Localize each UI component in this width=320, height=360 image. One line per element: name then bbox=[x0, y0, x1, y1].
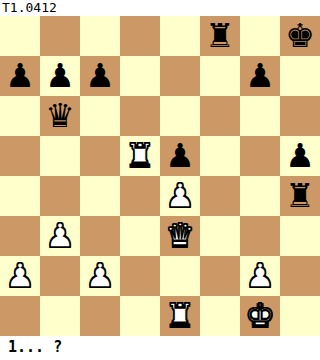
square-f4[interactable] bbox=[200, 176, 240, 216]
square-c7[interactable]: ♟ bbox=[80, 56, 120, 96]
square-g4[interactable] bbox=[240, 176, 280, 216]
black-pawn-piece: ♟ bbox=[5, 56, 35, 96]
square-g7[interactable]: ♟ bbox=[240, 56, 280, 96]
square-e2[interactable] bbox=[160, 256, 200, 296]
chess-board: ♜♚♟♟♟♟♛♜♟♟♟♜♟♛♟♟♟♜♚ bbox=[0, 16, 320, 336]
square-h5[interactable]: ♟ bbox=[280, 136, 320, 176]
square-b1[interactable] bbox=[40, 296, 80, 336]
square-h1[interactable] bbox=[280, 296, 320, 336]
square-d8[interactable] bbox=[120, 16, 160, 56]
chess-diagram-page: T1.0412 ♜♚♟♟♟♟♛♜♟♟♟♜♟♛♟♟♟♜♚ 1... ? bbox=[0, 0, 320, 360]
square-h6[interactable] bbox=[280, 96, 320, 136]
square-e4[interactable]: ♟ bbox=[160, 176, 200, 216]
square-b4[interactable] bbox=[40, 176, 80, 216]
square-d4[interactable] bbox=[120, 176, 160, 216]
white-king-piece: ♚ bbox=[245, 296, 275, 336]
square-h4[interactable]: ♜ bbox=[280, 176, 320, 216]
black-pawn-piece: ♟ bbox=[285, 136, 315, 176]
square-d7[interactable] bbox=[120, 56, 160, 96]
move-prompt: 1... ? bbox=[0, 336, 320, 360]
square-b8[interactable] bbox=[40, 16, 80, 56]
black-pawn-piece: ♟ bbox=[245, 56, 275, 96]
black-pawn-piece: ♟ bbox=[165, 136, 195, 176]
square-d5[interactable]: ♜ bbox=[120, 136, 160, 176]
square-e6[interactable] bbox=[160, 96, 200, 136]
square-b7[interactable]: ♟ bbox=[40, 56, 80, 96]
black-queen-piece: ♛ bbox=[45, 96, 75, 136]
square-h2[interactable] bbox=[280, 256, 320, 296]
square-g2[interactable]: ♟ bbox=[240, 256, 280, 296]
black-king-piece: ♚ bbox=[285, 16, 315, 56]
square-c1[interactable] bbox=[80, 296, 120, 336]
square-g6[interactable] bbox=[240, 96, 280, 136]
puzzle-id: T1.0412 bbox=[0, 0, 320, 16]
square-g5[interactable] bbox=[240, 136, 280, 176]
square-f1[interactable] bbox=[200, 296, 240, 336]
square-f6[interactable] bbox=[200, 96, 240, 136]
white-queen-piece: ♛ bbox=[165, 216, 195, 256]
square-a8[interactable] bbox=[0, 16, 40, 56]
square-f3[interactable] bbox=[200, 216, 240, 256]
white-pawn-piece: ♟ bbox=[45, 216, 75, 256]
square-c6[interactable] bbox=[80, 96, 120, 136]
square-h7[interactable] bbox=[280, 56, 320, 96]
square-a3[interactable] bbox=[0, 216, 40, 256]
square-c5[interactable] bbox=[80, 136, 120, 176]
square-f8[interactable]: ♜ bbox=[200, 16, 240, 56]
square-f7[interactable] bbox=[200, 56, 240, 96]
white-rook-piece: ♜ bbox=[165, 296, 195, 336]
square-b2[interactable] bbox=[40, 256, 80, 296]
square-b3[interactable]: ♟ bbox=[40, 216, 80, 256]
square-c4[interactable] bbox=[80, 176, 120, 216]
square-d3[interactable] bbox=[120, 216, 160, 256]
square-c8[interactable] bbox=[80, 16, 120, 56]
square-c3[interactable] bbox=[80, 216, 120, 256]
white-pawn-piece: ♟ bbox=[245, 256, 275, 296]
square-h8[interactable]: ♚ bbox=[280, 16, 320, 56]
square-h3[interactable] bbox=[280, 216, 320, 256]
square-a5[interactable] bbox=[0, 136, 40, 176]
square-a2[interactable]: ♟ bbox=[0, 256, 40, 296]
square-e5[interactable]: ♟ bbox=[160, 136, 200, 176]
square-e1[interactable]: ♜ bbox=[160, 296, 200, 336]
white-pawn-piece: ♟ bbox=[5, 256, 35, 296]
square-a4[interactable] bbox=[0, 176, 40, 216]
black-pawn-piece: ♟ bbox=[45, 56, 75, 96]
square-e3[interactable]: ♛ bbox=[160, 216, 200, 256]
square-d2[interactable] bbox=[120, 256, 160, 296]
square-g1[interactable]: ♚ bbox=[240, 296, 280, 336]
square-e8[interactable] bbox=[160, 16, 200, 56]
square-g3[interactable] bbox=[240, 216, 280, 256]
black-rook-piece: ♜ bbox=[205, 16, 235, 56]
square-d6[interactable] bbox=[120, 96, 160, 136]
black-pawn-piece: ♟ bbox=[85, 56, 115, 96]
square-c2[interactable]: ♟ bbox=[80, 256, 120, 296]
square-b6[interactable]: ♛ bbox=[40, 96, 80, 136]
square-f2[interactable] bbox=[200, 256, 240, 296]
square-e7[interactable] bbox=[160, 56, 200, 96]
square-a7[interactable]: ♟ bbox=[0, 56, 40, 96]
white-pawn-piece: ♟ bbox=[85, 256, 115, 296]
white-pawn-piece: ♟ bbox=[165, 176, 195, 216]
square-g8[interactable] bbox=[240, 16, 280, 56]
square-a1[interactable] bbox=[0, 296, 40, 336]
square-b5[interactable] bbox=[40, 136, 80, 176]
white-rook-piece: ♜ bbox=[125, 136, 155, 176]
square-f5[interactable] bbox=[200, 136, 240, 176]
square-a6[interactable] bbox=[0, 96, 40, 136]
square-d1[interactable] bbox=[120, 296, 160, 336]
black-rook-piece: ♜ bbox=[285, 176, 315, 216]
